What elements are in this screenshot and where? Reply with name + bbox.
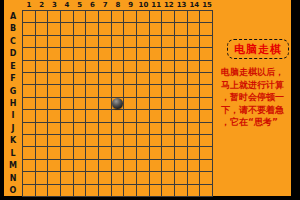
board-cell-H12[interactable] [162,98,175,110]
board-cell-M14[interactable] [188,160,201,172]
board-cell-H10[interactable] [137,98,150,110]
row-label-B: B [6,22,20,34]
board-cell-N13[interactable] [175,172,188,184]
board-cell-L4[interactable] [61,147,74,159]
board-cell-J13[interactable] [175,123,188,135]
board-cell-O4[interactable] [61,185,74,197]
board-cell-K8[interactable] [112,135,125,147]
board-cell-D7[interactable] [99,48,112,60]
board-cell-L1[interactable] [23,147,36,159]
board-cell-G1[interactable] [23,85,36,97]
board-cell-D11[interactable] [150,48,163,60]
col-label-12: 12 [163,0,176,9]
board-cell-N15[interactable] [200,172,213,184]
board-cell-H15[interactable] [200,98,213,110]
board-cell-B15[interactable] [200,23,213,35]
board-cell-E9[interactable] [124,61,137,73]
board-cell-N8[interactable] [112,172,125,184]
board-cell-F15[interactable] [200,73,213,85]
board-cell-O7[interactable] [99,185,112,197]
board-cell-F7[interactable] [99,73,112,85]
board-cell-F5[interactable] [74,73,87,85]
board-cell-M13[interactable] [175,160,188,172]
board-cell-E6[interactable] [86,61,99,73]
board-cell-I10[interactable] [137,110,150,122]
board-cell-J2[interactable] [36,123,49,135]
row-label-N: N [6,172,20,184]
board-cell-D6[interactable] [86,48,99,60]
board-cell-A11[interactable] [150,11,163,23]
board-cell-H11[interactable] [150,98,163,110]
board-cell-O2[interactable] [36,185,49,197]
board-cell-K6[interactable] [86,135,99,147]
board-cell-C12[interactable] [162,36,175,48]
board-cell-M10[interactable] [137,160,150,172]
row-label-C: C [6,35,20,47]
board-cell-O1[interactable] [23,185,36,197]
board-cell-G7[interactable] [99,85,112,97]
board-cell-L9[interactable] [124,147,137,159]
board-cell-A15[interactable] [200,11,213,23]
board-cell-F11[interactable] [150,73,163,85]
board-cell-O9[interactable] [124,185,137,197]
board-cell-E2[interactable] [36,61,49,73]
board-cell-M5[interactable] [74,160,87,172]
board-cell-E14[interactable] [188,61,201,73]
board-cell-M15[interactable] [200,160,213,172]
col-label-5: 5 [73,0,86,9]
board-cell-D5[interactable] [74,48,87,60]
board-cell-F4[interactable] [61,73,74,85]
board-cell-D15[interactable] [200,48,213,60]
board-cell-B13[interactable] [175,23,188,35]
board-cell-B6[interactable] [86,23,99,35]
board-cell-D9[interactable] [124,48,137,60]
board-cell-F14[interactable] [188,73,201,85]
board-cell-L13[interactable] [175,147,188,159]
board-cell-J11[interactable] [150,123,163,135]
board-cell-J3[interactable] [48,123,61,135]
board-cell-O5[interactable] [74,185,87,197]
board-cell-A5[interactable] [74,11,87,23]
board-cell-D12[interactable] [162,48,175,60]
board-cell-L14[interactable] [188,147,201,159]
board-cell-C1[interactable] [23,36,36,48]
panel-message-line-3: ，暂时会停顿一 [221,91,299,104]
board-cell-J9[interactable] [124,123,137,135]
board-cell-A12[interactable] [162,11,175,23]
board-cell-B2[interactable] [36,23,49,35]
board-cell-I13[interactable] [175,110,188,122]
board-cell-G9[interactable] [124,85,137,97]
board-cell-I8[interactable] [112,110,125,122]
board-cell-M1[interactable] [23,160,36,172]
board-cell-D13[interactable] [175,48,188,60]
board-cell-E1[interactable] [23,61,36,73]
board-cell-A1[interactable] [23,11,36,23]
board-cell-F6[interactable] [86,73,99,85]
col-label-6: 6 [86,0,99,9]
board-cell-B11[interactable] [150,23,163,35]
board-cell-O6[interactable] [86,185,99,197]
board-cell-J12[interactable] [162,123,175,135]
board-cell-B12[interactable] [162,23,175,35]
board-cell-H13[interactable] [175,98,188,110]
board-cell-H3[interactable] [48,98,61,110]
board-cell-E7[interactable] [99,61,112,73]
panel-message: 电脑走棋以后，马上就进行计算，暂时会停顿一下，请不要着急，它在“思考” [221,66,299,129]
col-label-9: 9 [124,0,137,9]
board-cell-G5[interactable] [74,85,87,97]
board-cell-I2[interactable] [36,110,49,122]
board-cell-I6[interactable] [86,110,99,122]
board-cell-A2[interactable] [36,11,49,23]
board-cell-L10[interactable] [137,147,150,159]
board-cell-D4[interactable] [61,48,74,60]
board-cell-A10[interactable] [137,11,150,23]
col-label-7: 7 [99,0,112,9]
board-cell-O10[interactable] [137,185,150,197]
row-label-M: M [6,160,20,172]
board-cell-A14[interactable] [188,11,201,23]
board-cell-H7[interactable] [99,98,112,110]
board-cell-C8[interactable] [112,36,125,48]
board-cell-K12[interactable] [162,135,175,147]
board-cell-A7[interactable] [99,11,112,23]
board-cell-A9[interactable] [124,11,137,23]
board-cell-D14[interactable] [188,48,201,60]
board-cell-B14[interactable] [188,23,201,35]
board-cell-C10[interactable] [137,36,150,48]
board-cell-C7[interactable] [99,36,112,48]
board-cell-N12[interactable] [162,172,175,184]
row-label-J: J [6,122,20,134]
panel-message-line-2: 马上就进行计算 [221,79,299,92]
board-cell-G14[interactable] [188,85,201,97]
board-cell-G11[interactable] [150,85,163,97]
board-cell-I3[interactable] [48,110,61,122]
board-cell-J10[interactable] [137,123,150,135]
board-cell-B9[interactable] [124,23,137,35]
board-cell-N10[interactable] [137,172,150,184]
board-cell-E8[interactable] [112,61,125,73]
board-cell-O14[interactable] [188,185,201,197]
board-cell-B4[interactable] [61,23,74,35]
board-cell-H1[interactable] [23,98,36,110]
col-label-2: 2 [35,0,48,9]
board-cell-E11[interactable] [150,61,163,73]
board-cell-I14[interactable] [188,110,201,122]
board-cell-E15[interactable] [200,61,213,73]
board-cell-C11[interactable] [150,36,163,48]
board-cell-B5[interactable] [74,23,87,35]
board-cell-F10[interactable] [137,73,150,85]
col-label-8: 8 [112,0,125,9]
board-cell-B8[interactable] [112,23,125,35]
board-cell-E5[interactable] [74,61,87,73]
board-cell-A8[interactable] [112,11,125,23]
board-cell-H6[interactable] [86,98,99,110]
board-cell-J8[interactable] [112,123,125,135]
board-cell-A3[interactable] [48,11,61,23]
board-cell-M8[interactable] [112,160,125,172]
row-label-F: F [6,72,20,84]
board-cell-N7[interactable] [99,172,112,184]
board-cell-H4[interactable] [61,98,74,110]
board-cell-D8[interactable] [112,48,125,60]
board-cell-M2[interactable] [36,160,49,172]
board-cell-M12[interactable] [162,160,175,172]
board-cell-F8[interactable] [112,73,125,85]
board-cell-A4[interactable] [61,11,74,23]
board-cell-G12[interactable] [162,85,175,97]
board-cell-K10[interactable] [137,135,150,147]
board-cell-K14[interactable] [188,135,201,147]
board-cell-B7[interactable] [99,23,112,35]
row-label-E: E [6,60,20,72]
board-cell-N11[interactable] [150,172,163,184]
board-cell-K4[interactable] [61,135,74,147]
row-label-D: D [6,47,20,59]
board-cell-F9[interactable] [124,73,137,85]
board-cell-M4[interactable] [61,160,74,172]
board-cell-G8[interactable] [112,85,125,97]
board-cell-B3[interactable] [48,23,61,35]
board-cell-L3[interactable] [48,147,61,159]
col-label-13: 13 [175,0,188,9]
board-cell-K2[interactable] [36,135,49,147]
panel-message-line-5: ，它在“思考” [221,116,299,129]
board-cell-G10[interactable] [137,85,150,97]
board-cell-I7[interactable] [99,110,112,122]
board-cell-N2[interactable] [36,172,49,184]
row-label-L: L [6,147,20,159]
board-cell-K11[interactable] [150,135,163,147]
col-label-4: 4 [61,0,74,9]
board-cell-G2[interactable] [36,85,49,97]
board-cell-M6[interactable] [86,160,99,172]
board-cell-K9[interactable] [124,135,137,147]
row-label-I: I [6,110,20,122]
board-cell-H8[interactable] [112,98,125,110]
board-cell-K7[interactable] [99,135,112,147]
gomoku-board[interactable] [22,10,213,197]
row-label-O: O [6,185,20,197]
board-cell-J5[interactable] [74,123,87,135]
board-cell-C3[interactable] [48,36,61,48]
board-cell-E10[interactable] [137,61,150,73]
board-cell-C9[interactable] [124,36,137,48]
board-cell-C5[interactable] [74,36,87,48]
board-cell-H5[interactable] [74,98,87,110]
board-cell-F3[interactable] [48,73,61,85]
board-cell-N4[interactable] [61,172,74,184]
board-cell-L5[interactable] [74,147,87,159]
board-cell-N3[interactable] [48,172,61,184]
board-cell-K3[interactable] [48,135,61,147]
board-cell-N5[interactable] [74,172,87,184]
board-cell-N9[interactable] [124,172,137,184]
board-cell-N6[interactable] [86,172,99,184]
board-cell-D2[interactable] [36,48,49,60]
board-cell-C13[interactable] [175,36,188,48]
col-label-10: 10 [137,0,150,9]
board-cell-I4[interactable] [61,110,74,122]
board-cell-N14[interactable] [188,172,201,184]
board-cell-L7[interactable] [99,147,112,159]
board-cell-J4[interactable] [61,123,74,135]
board-cell-A6[interactable] [86,11,99,23]
row-label-H: H [6,97,20,109]
board-cell-C2[interactable] [36,36,49,48]
board-cell-K13[interactable] [175,135,188,147]
board-cell-A13[interactable] [175,11,188,23]
board-cell-C4[interactable] [61,36,74,48]
black-stone [112,98,123,109]
board-cell-L2[interactable] [36,147,49,159]
board-cell-M3[interactable] [48,160,61,172]
board-cell-O15[interactable] [200,185,213,197]
col-label-11: 11 [150,0,163,9]
board-cell-J7[interactable] [99,123,112,135]
col-label-3: 3 [48,0,61,9]
board-cell-L8[interactable] [112,147,125,159]
board-cell-O13[interactable] [175,185,188,197]
board-cell-D10[interactable] [137,48,150,60]
board-cell-F2[interactable] [36,73,49,85]
board-cell-M7[interactable] [99,160,112,172]
board-cell-F13[interactable] [175,73,188,85]
board-cell-F12[interactable] [162,73,175,85]
board-cell-E12[interactable] [162,61,175,73]
board-cell-D1[interactable] [23,48,36,60]
board-cell-O11[interactable] [150,185,163,197]
board-cell-G15[interactable] [200,85,213,97]
board-cell-J14[interactable] [188,123,201,135]
board-cell-L11[interactable] [150,147,163,159]
board-cell-E4[interactable] [61,61,74,73]
board-cell-G6[interactable] [86,85,99,97]
board-cell-N1[interactable] [23,172,36,184]
row-label-A: A [6,10,20,22]
board-cell-I12[interactable] [162,110,175,122]
board-cell-L12[interactable] [162,147,175,159]
board-cell-O8[interactable] [112,185,125,197]
board-cell-G13[interactable] [175,85,188,97]
board-cell-H9[interactable] [124,98,137,110]
board-cell-I1[interactable] [23,110,36,122]
board-cell-E13[interactable] [175,61,188,73]
board-cell-I5[interactable] [74,110,87,122]
board-cell-M9[interactable] [124,160,137,172]
board-cell-K5[interactable] [74,135,87,147]
board-cell-I9[interactable] [124,110,137,122]
col-label-1: 1 [23,0,36,9]
col-label-14: 14 [188,0,201,9]
board-cell-G4[interactable] [61,85,74,97]
board-cell-L15[interactable] [200,147,213,159]
board-cell-J15[interactable] [200,123,213,135]
board-cell-I11[interactable] [150,110,163,122]
board-cell-H2[interactable] [36,98,49,110]
board-cell-F1[interactable] [23,73,36,85]
board-cell-H14[interactable] [188,98,201,110]
panel-message-line-4: 下，请不要着急 [221,104,299,117]
board-cell-J6[interactable] [86,123,99,135]
board-cell-L6[interactable] [86,147,99,159]
row-label-G: G [6,85,20,97]
board-cell-C6[interactable] [86,36,99,48]
board-cell-I15[interactable] [200,110,213,122]
board-cell-C14[interactable] [188,36,201,48]
board-cell-E3[interactable] [48,61,61,73]
board-cell-B1[interactable] [23,23,36,35]
board-cell-D3[interactable] [48,48,61,60]
board-cell-J1[interactable] [23,123,36,135]
computer-move-button[interactable]: 电脑走棋 [227,39,289,59]
col-label-15: 15 [201,0,214,9]
panel-message-line-1: 电脑走棋以后， [221,66,299,79]
board-cell-K15[interactable] [200,135,213,147]
row-label-K: K [6,135,20,147]
board-cell-B10[interactable] [137,23,150,35]
board-cell-G3[interactable] [48,85,61,97]
board-cell-O3[interactable] [48,185,61,197]
board-cell-O12[interactable] [162,185,175,197]
board-cell-C15[interactable] [200,36,213,48]
board-cell-K1[interactable] [23,135,36,147]
board-cell-M11[interactable] [150,160,163,172]
